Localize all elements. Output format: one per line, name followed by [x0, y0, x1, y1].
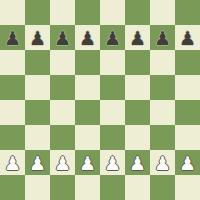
square-f8[interactable]: [125, 0, 150, 25]
square-g8[interactable]: [150, 0, 175, 25]
square-h5[interactable]: [175, 75, 200, 100]
black-pawn[interactable]: ♟: [154, 26, 171, 51]
white-pawn[interactable]: ♟: [4, 151, 21, 176]
square-b5[interactable]: [25, 75, 50, 100]
white-pawn[interactable]: ♟: [104, 151, 121, 176]
square-c8[interactable]: [50, 0, 75, 25]
square-b4[interactable]: [25, 100, 50, 125]
square-b2[interactable]: ♟: [25, 150, 50, 175]
square-a6[interactable]: [0, 50, 25, 75]
square-g7[interactable]: ♟: [150, 25, 175, 50]
white-pawn[interactable]: ♟: [29, 151, 46, 176]
square-a2[interactable]: ♟: [0, 150, 25, 175]
square-h8[interactable]: [175, 0, 200, 25]
black-pawn[interactable]: ♟: [104, 26, 121, 51]
square-a1[interactable]: [0, 175, 25, 200]
square-a3[interactable]: [0, 125, 25, 150]
black-pawn[interactable]: ♟: [79, 26, 96, 51]
square-b7[interactable]: ♟: [25, 25, 50, 50]
square-e5[interactable]: [100, 75, 125, 100]
square-a7[interactable]: ♟: [0, 25, 25, 50]
square-d2[interactable]: ♟: [75, 150, 100, 175]
square-g5[interactable]: [150, 75, 175, 100]
square-f5[interactable]: [125, 75, 150, 100]
square-h7[interactable]: ♟: [175, 25, 200, 50]
square-a4[interactable]: [0, 100, 25, 125]
square-d4[interactable]: [75, 100, 100, 125]
black-pawn[interactable]: ♟: [29, 26, 46, 51]
square-b3[interactable]: [25, 125, 50, 150]
square-g4[interactable]: [150, 100, 175, 125]
black-pawn[interactable]: ♟: [129, 26, 146, 51]
square-c1[interactable]: [50, 175, 75, 200]
square-e8[interactable]: [100, 0, 125, 25]
black-pawn[interactable]: ♟: [4, 26, 21, 51]
square-h3[interactable]: [175, 125, 200, 150]
square-g3[interactable]: [150, 125, 175, 150]
square-c2[interactable]: ♟: [50, 150, 75, 175]
square-e4[interactable]: [100, 100, 125, 125]
square-b1[interactable]: [25, 175, 50, 200]
chess-board: ♟♟♟♟♟♟♟♟♟♟♟♟♟♟♟♟: [0, 0, 200, 200]
square-c4[interactable]: [50, 100, 75, 125]
square-d3[interactable]: [75, 125, 100, 150]
square-f4[interactable]: [125, 100, 150, 125]
square-e7[interactable]: ♟: [100, 25, 125, 50]
square-d5[interactable]: [75, 75, 100, 100]
black-pawn[interactable]: ♟: [179, 26, 196, 51]
square-b8[interactable]: [25, 0, 50, 25]
square-f2[interactable]: ♟: [125, 150, 150, 175]
square-f1[interactable]: [125, 175, 150, 200]
square-d1[interactable]: [75, 175, 100, 200]
square-h4[interactable]: [175, 100, 200, 125]
square-d8[interactable]: [75, 0, 100, 25]
white-pawn[interactable]: ♟: [154, 151, 171, 176]
black-pawn[interactable]: ♟: [54, 26, 71, 51]
square-a5[interactable]: [0, 75, 25, 100]
square-e6[interactable]: [100, 50, 125, 75]
white-pawn[interactable]: ♟: [54, 151, 71, 176]
square-e3[interactable]: [100, 125, 125, 150]
square-f6[interactable]: [125, 50, 150, 75]
white-pawn[interactable]: ♟: [79, 151, 96, 176]
square-g6[interactable]: [150, 50, 175, 75]
square-h1[interactable]: [175, 175, 200, 200]
square-h2[interactable]: ♟: [175, 150, 200, 175]
square-c3[interactable]: [50, 125, 75, 150]
square-c6[interactable]: [50, 50, 75, 75]
square-g1[interactable]: [150, 175, 175, 200]
white-pawn[interactable]: ♟: [179, 151, 196, 176]
square-e1[interactable]: [100, 175, 125, 200]
square-g2[interactable]: ♟: [150, 150, 175, 175]
white-pawn[interactable]: ♟: [129, 151, 146, 176]
square-f3[interactable]: [125, 125, 150, 150]
square-c7[interactable]: ♟: [50, 25, 75, 50]
square-d6[interactable]: [75, 50, 100, 75]
square-c5[interactable]: [50, 75, 75, 100]
square-h6[interactable]: [175, 50, 200, 75]
square-f7[interactable]: ♟: [125, 25, 150, 50]
square-a8[interactable]: [0, 0, 25, 25]
square-b6[interactable]: [25, 50, 50, 75]
square-e2[interactable]: ♟: [100, 150, 125, 175]
square-d7[interactable]: ♟: [75, 25, 100, 50]
